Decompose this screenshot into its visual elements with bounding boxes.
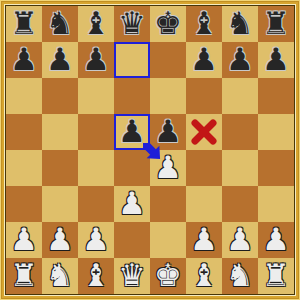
square-a5[interactable]	[6, 114, 42, 150]
black-pawn-a7[interactable]: ♟	[6, 42, 42, 78]
white-rook-a1[interactable]: ♜	[6, 258, 42, 294]
square-f3[interactable]	[186, 186, 222, 222]
square-h2[interactable]: ♟	[258, 222, 294, 258]
square-g1[interactable]: ♞	[222, 258, 258, 294]
red-x-marker	[191, 119, 217, 145]
white-knight-g1[interactable]: ♞	[222, 258, 258, 294]
square-c7[interactable]: ♟	[78, 42, 114, 78]
square-g5[interactable]	[222, 114, 258, 150]
square-g2[interactable]: ♟	[222, 222, 258, 258]
white-bishop-f1[interactable]: ♝	[186, 258, 222, 294]
black-bishop-f8[interactable]: ♝	[186, 6, 222, 42]
white-rook-h1[interactable]: ♜	[258, 258, 294, 294]
square-h1[interactable]: ♜	[258, 258, 294, 294]
square-h6[interactable]	[258, 78, 294, 114]
square-h8[interactable]: ♜	[258, 6, 294, 42]
square-b3[interactable]	[42, 186, 78, 222]
white-king-e1[interactable]: ♚	[150, 258, 186, 294]
square-h3[interactable]	[258, 186, 294, 222]
square-c2[interactable]: ♟	[78, 222, 114, 258]
square-g6[interactable]	[222, 78, 258, 114]
square-e3[interactable]	[150, 186, 186, 222]
square-g7[interactable]: ♟	[222, 42, 258, 78]
square-c6[interactable]	[78, 78, 114, 114]
square-b5[interactable]	[42, 114, 78, 150]
square-a6[interactable]	[6, 78, 42, 114]
square-e2[interactable]	[150, 222, 186, 258]
square-f4[interactable]	[186, 150, 222, 186]
square-f6[interactable]	[186, 78, 222, 114]
square-g8[interactable]: ♞	[222, 6, 258, 42]
square-h4[interactable]	[258, 150, 294, 186]
square-b1[interactable]: ♞	[42, 258, 78, 294]
square-d6[interactable]	[114, 78, 150, 114]
square-c4[interactable]	[78, 150, 114, 186]
square-b6[interactable]	[42, 78, 78, 114]
square-e7[interactable]	[150, 42, 186, 78]
white-pawn-f2[interactable]: ♟	[186, 222, 222, 258]
white-pawn-g2[interactable]: ♟	[222, 222, 258, 258]
square-f7[interactable]: ♟	[186, 42, 222, 78]
black-queen-d8[interactable]: ♛	[114, 6, 150, 42]
highlight-corner-handle	[143, 143, 150, 150]
square-a8[interactable]: ♜	[6, 6, 42, 42]
square-b4[interactable]	[42, 150, 78, 186]
black-pawn-h7[interactable]: ♟	[258, 42, 294, 78]
black-pawn-f7[interactable]: ♟	[186, 42, 222, 78]
square-a7[interactable]: ♟	[6, 42, 42, 78]
square-h7[interactable]: ♟	[258, 42, 294, 78]
square-d3[interactable]: ♟	[114, 186, 150, 222]
square-c8[interactable]: ♝	[78, 6, 114, 42]
black-knight-b8[interactable]: ♞	[42, 6, 78, 42]
square-d8[interactable]: ♛	[114, 6, 150, 42]
square-c3[interactable]	[78, 186, 114, 222]
square-e8[interactable]: ♚	[150, 6, 186, 42]
black-knight-g8[interactable]: ♞	[222, 6, 258, 42]
white-bishop-c1[interactable]: ♝	[78, 258, 114, 294]
square-d1[interactable]: ♛	[114, 258, 150, 294]
square-h5[interactable]	[258, 114, 294, 150]
square-b7[interactable]: ♟	[42, 42, 78, 78]
white-knight-b1[interactable]: ♞	[42, 258, 78, 294]
square-a4[interactable]	[6, 150, 42, 186]
white-pawn-b2[interactable]: ♟	[42, 222, 78, 258]
square-b2[interactable]: ♟	[42, 222, 78, 258]
square-b8[interactable]: ♞	[42, 6, 78, 42]
square-e1[interactable]: ♚	[150, 258, 186, 294]
square-a2[interactable]: ♟	[6, 222, 42, 258]
board-frame: ♜♞♝♛♚♝♞♜♟♟♟♟♟♟♟♟♟♟♟♟♟♟♟♟♜♞♝♛♚♝♞♜	[0, 0, 300, 300]
square-g4[interactable]	[222, 150, 258, 186]
black-rook-h8[interactable]: ♜	[258, 6, 294, 42]
white-pawn-d3[interactable]: ♟	[114, 186, 150, 222]
square-g3[interactable]	[222, 186, 258, 222]
square-e6[interactable]	[150, 78, 186, 114]
square-d2[interactable]	[114, 222, 150, 258]
square-f8[interactable]: ♝	[186, 6, 222, 42]
square-f1[interactable]: ♝	[186, 258, 222, 294]
black-rook-a8[interactable]: ♜	[6, 6, 42, 42]
white-pawn-h2[interactable]: ♟	[258, 222, 294, 258]
square-f2[interactable]: ♟	[186, 222, 222, 258]
white-pawn-c2[interactable]: ♟	[78, 222, 114, 258]
black-pawn-c7[interactable]: ♟	[78, 42, 114, 78]
black-pawn-b7[interactable]: ♟	[42, 42, 78, 78]
black-pawn-g7[interactable]: ♟	[222, 42, 258, 78]
square-d7[interactable]	[114, 42, 150, 78]
black-king-e8[interactable]: ♚	[150, 6, 186, 42]
white-queen-d1[interactable]: ♛	[114, 258, 150, 294]
square-c5[interactable]	[78, 114, 114, 150]
black-bishop-c8[interactable]: ♝	[78, 6, 114, 42]
square-c1[interactable]: ♝	[78, 258, 114, 294]
square-a3[interactable]	[6, 186, 42, 222]
white-pawn-a2[interactable]: ♟	[6, 222, 42, 258]
square-a1[interactable]: ♜	[6, 258, 42, 294]
